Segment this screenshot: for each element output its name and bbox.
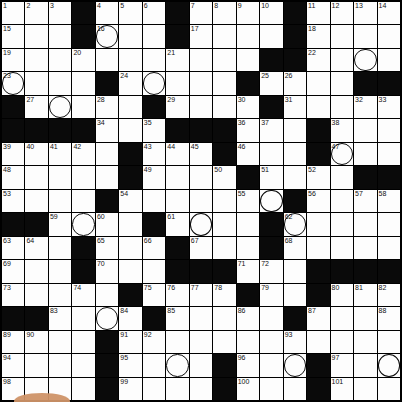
cell-r2c8[interactable] [190, 49, 212, 71]
cell-r6c15[interactable] [354, 143, 376, 165]
black-cell-r11c14 [331, 260, 353, 282]
cell-r13c8[interactable] [190, 307, 212, 329]
cell-r0c8[interactable]: 7 [190, 2, 212, 24]
cell-r0c1[interactable]: 2 [25, 2, 47, 24]
cell-r13c13[interactable]: 87 [307, 307, 329, 329]
black-cell-r12c10 [237, 284, 259, 306]
cell-r12c6[interactable]: 75 [143, 284, 165, 306]
cell-r15c8[interactable] [190, 354, 212, 376]
cell-r16c8[interactable] [190, 378, 212, 400]
black-cell-r13c1 [25, 307, 47, 329]
cell-r4c14[interactable] [331, 96, 353, 118]
clue-number: 93 [285, 331, 293, 339]
black-cell-r8c12 [284, 190, 306, 212]
cell-r14c6[interactable]: 92 [143, 331, 165, 353]
cell-r11c5[interactable] [119, 260, 141, 282]
black-cell-r11c15 [354, 260, 376, 282]
clue-number: 96 [238, 354, 246, 362]
cell-r16c6[interactable] [143, 378, 165, 400]
black-cell-r5c9 [213, 119, 235, 141]
cell-r1c11[interactable] [260, 25, 282, 47]
cell-r12c9[interactable]: 78 [213, 284, 235, 306]
cell-r2c2[interactable] [49, 49, 71, 71]
cell-r2c1[interactable] [25, 49, 47, 71]
clue-number: 2 [26, 2, 30, 10]
cell-r12c3[interactable]: 74 [72, 284, 94, 306]
cell-r11c2[interactable] [49, 260, 71, 282]
cell-r14c15[interactable] [354, 331, 376, 353]
cell-r9c14[interactable] [331, 213, 353, 235]
clue-number: 28 [97, 96, 105, 104]
cell-r11c4[interactable]: 70 [96, 260, 118, 282]
cell-r13c9[interactable] [213, 307, 235, 329]
cell-r13c15[interactable] [354, 307, 376, 329]
cell-r10c10[interactable] [237, 237, 259, 259]
cell-r2c4[interactable] [96, 49, 118, 71]
black-cell-r5c1 [25, 119, 47, 141]
cell-r9c10[interactable] [237, 213, 259, 235]
cell-r6c7[interactable]: 44 [166, 143, 188, 165]
clue-number: 18 [308, 25, 316, 33]
cell-r7c11[interactable]: 51 [260, 166, 282, 188]
cell-r15c15[interactable] [354, 354, 376, 376]
cell-r4c13[interactable] [307, 96, 329, 118]
cell-r16c11[interactable] [260, 378, 282, 400]
clue-number: 72 [261, 260, 269, 268]
cell-r1c9[interactable] [213, 25, 235, 47]
cell-r1c1[interactable] [25, 25, 47, 47]
cell-r6c16[interactable] [378, 143, 400, 165]
cell-r3c11[interactable]: 25 [260, 72, 282, 94]
clue-number: 74 [73, 284, 81, 292]
black-cell-r16c4 [96, 378, 118, 400]
black-cell-r14c4 [96, 331, 118, 353]
cell-r9c9[interactable] [213, 213, 235, 235]
cell-r13c5[interactable]: 84 [119, 307, 141, 329]
cell-r8c15[interactable]: 57 [354, 190, 376, 212]
cell-r4c9[interactable] [213, 96, 235, 118]
cell-r12c2[interactable] [49, 284, 71, 306]
black-cell-r0c3 [72, 2, 94, 24]
cell-r16c10[interactable]: 100 [237, 378, 259, 400]
cell-r2c5[interactable] [119, 49, 141, 71]
cell-r15c3[interactable] [72, 354, 94, 376]
cell-r3c12[interactable]: 26 [284, 72, 306, 94]
cell-r2c6[interactable] [143, 49, 165, 71]
clue-number: 87 [308, 307, 316, 315]
cell-r14c1[interactable]: 90 [25, 331, 47, 353]
cell-r7c9[interactable]: 50 [213, 166, 235, 188]
cell-r12c8[interactable]: 77 [190, 284, 212, 306]
cell-r12c14[interactable]: 80 [331, 284, 353, 306]
cell-r12c16[interactable]: 82 [378, 284, 400, 306]
cell-r8c6[interactable] [143, 190, 165, 212]
circle-marker [143, 72, 165, 94]
cell-r15c14[interactable]: 97 [331, 354, 353, 376]
black-cell-r5c13 [307, 119, 329, 141]
cell-r1c15[interactable] [354, 25, 376, 47]
cell-r0c13[interactable]: 11 [307, 2, 329, 24]
clue-number: 35 [144, 119, 152, 127]
cell-r2c3[interactable]: 20 [72, 49, 94, 71]
clue-number: 43 [144, 143, 152, 151]
cell-r9c13[interactable] [307, 213, 329, 235]
cell-r10c8[interactable]: 67 [190, 237, 212, 259]
clue-number: 90 [26, 331, 34, 339]
cell-r15c6[interactable] [143, 354, 165, 376]
clue-number: 77 [191, 284, 199, 292]
cell-r2c10[interactable] [237, 49, 259, 71]
black-cell-r5c2 [49, 119, 71, 141]
cell-r8c16[interactable]: 58 [378, 190, 400, 212]
cell-r9c3[interactable] [72, 213, 94, 235]
clue-number: 30 [238, 96, 246, 104]
cell-r3c8[interactable] [190, 72, 212, 94]
cell-r7c4[interactable] [96, 166, 118, 188]
cell-r1c13[interactable]: 18 [307, 25, 329, 47]
cell-r10c15[interactable] [354, 237, 376, 259]
cell-r4c16[interactable]: 33 [378, 96, 400, 118]
cell-r6c6[interactable]: 43 [143, 143, 165, 165]
cell-r3c13[interactable] [307, 72, 329, 94]
black-cell-r6c13 [307, 143, 329, 165]
cell-r6c1[interactable]: 40 [25, 143, 47, 165]
cell-r4c10[interactable]: 30 [237, 96, 259, 118]
cell-r1c5[interactable] [119, 25, 141, 47]
black-cell-r11c16 [378, 260, 400, 282]
cell-r15c1[interactable] [25, 354, 47, 376]
cell-r15c10[interactable]: 96 [237, 354, 259, 376]
cell-r1c4[interactable]: 16 [96, 25, 118, 47]
cell-r14c10[interactable] [237, 331, 259, 353]
clue-number: 76 [167, 284, 175, 292]
cell-r10c14[interactable] [331, 237, 353, 259]
clue-number: 37 [261, 119, 269, 127]
cell-r8c2[interactable] [49, 190, 71, 212]
black-cell-r10c11 [260, 237, 282, 259]
cell-r16c12[interactable] [284, 378, 306, 400]
cell-r4c2[interactable] [49, 96, 71, 118]
cell-r8c9[interactable] [213, 190, 235, 212]
clue-number: 84 [120, 307, 128, 315]
cell-r1c10[interactable] [237, 25, 259, 47]
cell-r0c9[interactable]: 8 [213, 2, 235, 24]
cell-r10c9[interactable] [213, 237, 235, 259]
clue-number: 69 [3, 260, 11, 268]
cell-r10c6[interactable]: 66 [143, 237, 165, 259]
cell-r2c14[interactable] [331, 49, 353, 71]
cell-r8c7[interactable] [166, 190, 188, 212]
black-cell-r16c9 [213, 378, 235, 400]
black-cell-r15c4 [96, 354, 118, 376]
cell-r3c1[interactable] [25, 72, 47, 94]
cell-r9c12[interactable]: 62 [284, 213, 306, 235]
cell-r15c11[interactable] [260, 354, 282, 376]
cell-r9c16[interactable] [378, 213, 400, 235]
cell-r7c3[interactable] [72, 166, 94, 188]
black-cell-r11c13 [307, 260, 329, 282]
cell-r3c2[interactable] [49, 72, 71, 94]
cell-r10c16[interactable] [378, 237, 400, 259]
cell-r11c1[interactable] [25, 260, 47, 282]
cell-r14c8[interactable] [190, 331, 212, 353]
black-cell-r3c16 [378, 72, 400, 94]
cell-r13c10[interactable]: 86 [237, 307, 259, 329]
cell-r2c7[interactable]: 21 [166, 49, 188, 71]
cell-r16c15[interactable] [354, 378, 376, 400]
cell-r15c12[interactable] [284, 354, 306, 376]
clue-number: 17 [191, 25, 199, 33]
cell-r5c14[interactable]: 38 [331, 119, 353, 141]
cell-r16c5[interactable]: 99 [119, 378, 141, 400]
cell-r12c0[interactable]: 73 [2, 284, 24, 306]
clue-number: 6 [144, 2, 148, 10]
cell-r8c8[interactable] [190, 190, 212, 212]
cell-r14c5[interactable]: 91 [119, 331, 141, 353]
cell-r4c5[interactable] [119, 96, 141, 118]
cell-r5c15[interactable] [354, 119, 376, 141]
cell-r0c14[interactable]: 12 [331, 2, 353, 24]
cell-r0c16[interactable]: 14 [378, 2, 400, 24]
cell-r14c13[interactable] [307, 331, 329, 353]
cell-r4c3[interactable] [72, 96, 94, 118]
cell-r2c15[interactable] [354, 49, 376, 71]
cell-r10c5[interactable] [119, 237, 141, 259]
cell-r4c1[interactable]: 27 [25, 96, 47, 118]
cell-r8c10[interactable]: 55 [237, 190, 259, 212]
black-cell-r5c0 [2, 119, 24, 141]
cell-r12c12[interactable] [284, 284, 306, 306]
cell-r7c1[interactable] [25, 166, 47, 188]
cell-r9c2[interactable]: 59 [49, 213, 71, 235]
clue-number: 22 [308, 49, 316, 57]
black-cell-r5c7 [166, 119, 188, 141]
black-cell-r9c6 [143, 213, 165, 235]
cell-r5c10[interactable]: 36 [237, 119, 259, 141]
cell-r11c10[interactable]: 71 [237, 260, 259, 282]
cell-r7c2[interactable] [49, 166, 71, 188]
clue-number: 36 [238, 119, 246, 127]
cell-r10c4[interactable]: 65 [96, 237, 118, 259]
cell-r14c14[interactable] [331, 331, 353, 353]
cell-r4c4[interactable]: 28 [96, 96, 118, 118]
cell-r8c13[interactable]: 56 [307, 190, 329, 212]
circle-marker [166, 354, 188, 376]
black-cell-r9c11 [260, 213, 282, 235]
cell-r15c5[interactable]: 95 [119, 354, 141, 376]
cell-r6c2[interactable]: 41 [49, 143, 71, 165]
cell-r6c0[interactable]: 39 [2, 143, 24, 165]
cell-r16c3[interactable] [72, 378, 94, 400]
cell-r2c0[interactable]: 19 [2, 49, 24, 71]
cell-r10c12[interactable]: 68 [284, 237, 306, 259]
cell-r4c15[interactable]: 32 [354, 96, 376, 118]
cell-r13c7[interactable]: 85 [166, 307, 188, 329]
cell-r0c6[interactable]: 6 [143, 2, 165, 24]
cell-r10c2[interactable] [49, 237, 71, 259]
clue-number: 68 [285, 237, 293, 245]
cell-r14c16[interactable] [378, 331, 400, 353]
cell-r5c11[interactable]: 37 [260, 119, 282, 141]
circle-marker [190, 213, 212, 235]
circle-marker [260, 190, 282, 212]
clue-number: 9 [238, 2, 242, 10]
cell-r9c7[interactable]: 61 [166, 213, 188, 235]
cell-r12c7[interactable]: 76 [166, 284, 188, 306]
cell-r15c2[interactable] [49, 354, 71, 376]
clue-number: 38 [332, 119, 340, 127]
cell-r2c9[interactable] [213, 49, 235, 71]
clue-number: 95 [120, 354, 128, 362]
black-cell-r3c10 [237, 72, 259, 94]
cell-r9c4[interactable]: 60 [96, 213, 118, 235]
cell-r8c5[interactable]: 54 [119, 190, 141, 212]
cell-r15c7[interactable] [166, 354, 188, 376]
clue-number: 42 [73, 143, 81, 151]
cell-r4c12[interactable]: 31 [284, 96, 306, 118]
cell-r1c14[interactable] [331, 25, 353, 47]
cell-r16c14[interactable]: 101 [331, 378, 353, 400]
cell-r12c4[interactable] [96, 284, 118, 306]
cell-r11c6[interactable] [143, 260, 165, 282]
cell-r5c5[interactable] [119, 119, 141, 141]
clue-number: 86 [238, 307, 246, 315]
cell-r8c11[interactable] [260, 190, 282, 212]
cell-r2c16[interactable] [378, 49, 400, 71]
cell-r0c11[interactable]: 10 [260, 2, 282, 24]
clue-number: 24 [120, 72, 128, 80]
cell-r7c6[interactable]: 49 [143, 166, 165, 188]
cell-r8c3[interactable] [72, 190, 94, 212]
cell-r14c9[interactable] [213, 331, 235, 353]
cell-r3c3[interactable] [72, 72, 94, 94]
clue-number: 73 [3, 284, 11, 292]
cell-r16c16[interactable] [378, 378, 400, 400]
cell-r2c13[interactable]: 22 [307, 49, 329, 71]
clue-number: 46 [238, 143, 246, 151]
clue-number: 59 [50, 213, 58, 221]
cell-r14c2[interactable] [49, 331, 71, 353]
cell-r15c0[interactable]: 94 [2, 354, 24, 376]
cell-r0c4[interactable]: 4 [96, 2, 118, 24]
cell-r15c16[interactable] [378, 354, 400, 376]
cell-r3c6[interactable] [143, 72, 165, 94]
cell-r9c5[interactable] [119, 213, 141, 235]
cell-r13c16[interactable]: 88 [378, 307, 400, 329]
cell-r0c5[interactable]: 5 [119, 2, 141, 24]
cell-r6c4[interactable] [96, 143, 118, 165]
clue-number: 10 [261, 2, 269, 10]
clue-number: 3 [50, 2, 54, 10]
cell-r14c3[interactable] [72, 331, 94, 353]
clue-number: 25 [261, 72, 269, 80]
cell-r1c2[interactable] [49, 25, 71, 47]
cell-r11c12[interactable] [284, 260, 306, 282]
cell-r6c12[interactable] [284, 143, 306, 165]
cell-r3c7[interactable] [166, 72, 188, 94]
cell-r7c8[interactable] [190, 166, 212, 188]
cell-r13c3[interactable] [72, 307, 94, 329]
cell-r8c1[interactable] [25, 190, 47, 212]
cell-r0c2[interactable]: 3 [49, 2, 71, 24]
cell-r1c16[interactable] [378, 25, 400, 47]
cell-r4c8[interactable] [190, 96, 212, 118]
cell-r14c12[interactable]: 93 [284, 331, 306, 353]
cell-r3c0[interactable]: 23 [2, 72, 24, 94]
cell-r5c4[interactable]: 34 [96, 119, 118, 141]
cell-r0c0[interactable]: 1 [2, 2, 24, 24]
clue-number: 29 [167, 96, 175, 104]
cell-r0c10[interactable]: 9 [237, 2, 259, 24]
cell-r13c2[interactable]: 83 [49, 307, 71, 329]
cell-r3c5[interactable]: 24 [119, 72, 141, 94]
clue-number: 67 [191, 237, 199, 245]
cell-r5c16[interactable] [378, 119, 400, 141]
cell-r5c6[interactable]: 35 [143, 119, 165, 141]
clue-number: 45 [191, 143, 199, 151]
cell-r3c14[interactable] [331, 72, 353, 94]
cell-r1c6[interactable] [143, 25, 165, 47]
clue-number: 5 [120, 2, 124, 10]
cell-r13c14[interactable] [331, 307, 353, 329]
cell-r7c0[interactable]: 48 [2, 166, 24, 188]
cell-r9c8[interactable] [190, 213, 212, 235]
clue-number: 94 [3, 354, 11, 362]
cell-r6c3[interactable]: 42 [72, 143, 94, 165]
cell-r13c4[interactable] [96, 307, 118, 329]
cell-r6c10[interactable]: 46 [237, 143, 259, 165]
cell-r12c1[interactable] [25, 284, 47, 306]
clue-number: 14 [379, 2, 387, 10]
cell-r3c9[interactable] [213, 72, 235, 94]
black-cell-r12c5 [119, 284, 141, 306]
black-cell-r15c13 [307, 354, 329, 376]
black-cell-r1c7 [166, 25, 188, 47]
clue-number: 101 [332, 378, 344, 386]
cell-r12c11[interactable]: 79 [260, 284, 282, 306]
cell-r1c8[interactable]: 17 [190, 25, 212, 47]
cell-r8c0[interactable]: 53 [2, 190, 24, 212]
cell-r6c11[interactable] [260, 143, 282, 165]
cell-r7c12[interactable] [284, 166, 306, 188]
cell-r6c8[interactable]: 45 [190, 143, 212, 165]
cell-r12c15[interactable]: 81 [354, 284, 376, 306]
cell-r7c7[interactable] [166, 166, 188, 188]
cell-r10c0[interactable]: 63 [2, 237, 24, 259]
cell-r4c7[interactable]: 29 [166, 96, 188, 118]
cell-r7c14[interactable] [331, 166, 353, 188]
clue-number: 57 [355, 190, 363, 198]
cell-r14c11[interactable] [260, 331, 282, 353]
clue-number: 61 [167, 213, 175, 221]
black-cell-r11c9 [213, 260, 235, 282]
cell-r5c12[interactable] [284, 119, 306, 141]
cell-r11c11[interactable]: 72 [260, 260, 282, 282]
cell-r10c13[interactable] [307, 237, 329, 259]
cell-r1c0[interactable]: 15 [2, 25, 24, 47]
cell-r10c1[interactable]: 64 [25, 237, 47, 259]
cell-r7c13[interactable]: 52 [307, 166, 329, 188]
cell-r0c15[interactable]: 13 [354, 2, 376, 24]
cell-r14c7[interactable] [166, 331, 188, 353]
cell-r14c0[interactable]: 89 [2, 331, 24, 353]
cell-r8c14[interactable] [331, 190, 353, 212]
cell-r11c0[interactable]: 69 [2, 260, 24, 282]
cell-r6c14[interactable]: 47 [331, 143, 353, 165]
cell-r9c15[interactable] [354, 213, 376, 235]
cell-r13c11[interactable] [260, 307, 282, 329]
cell-r16c7[interactable] [166, 378, 188, 400]
